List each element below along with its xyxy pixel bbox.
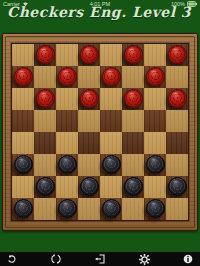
square[interactable] <box>78 154 100 176</box>
square[interactable] <box>122 66 144 88</box>
square[interactable] <box>100 66 122 88</box>
black-piece[interactable] <box>36 177 55 196</box>
bottom-toolbar <box>0 252 200 266</box>
square[interactable] <box>78 132 100 154</box>
black-piece[interactable] <box>14 155 33 174</box>
red-piece[interactable] <box>168 45 187 64</box>
exit-icon[interactable] <box>94 253 106 265</box>
red-piece[interactable] <box>146 67 165 86</box>
square[interactable] <box>166 110 188 132</box>
square[interactable] <box>100 154 122 176</box>
wifi-icon <box>22 1 29 7</box>
square[interactable] <box>56 88 78 110</box>
square[interactable] <box>166 154 188 176</box>
square[interactable] <box>144 154 166 176</box>
black-piece[interactable] <box>80 177 99 196</box>
square[interactable] <box>100 132 122 154</box>
black-piece[interactable] <box>168 177 187 196</box>
square[interactable] <box>12 154 34 176</box>
square[interactable] <box>12 66 34 88</box>
red-piece[interactable] <box>102 67 121 86</box>
square[interactable] <box>122 88 144 110</box>
square[interactable] <box>100 198 122 220</box>
square[interactable] <box>12 198 34 220</box>
square[interactable] <box>34 44 56 66</box>
square[interactable] <box>144 44 166 66</box>
square[interactable] <box>34 176 56 198</box>
square[interactable] <box>122 132 144 154</box>
square[interactable] <box>78 110 100 132</box>
square[interactable] <box>122 44 144 66</box>
square[interactable] <box>100 176 122 198</box>
square[interactable] <box>122 154 144 176</box>
square[interactable] <box>78 176 100 198</box>
square[interactable] <box>34 110 56 132</box>
checkers-board <box>2 33 198 231</box>
square[interactable] <box>12 88 34 110</box>
black-piece[interactable] <box>102 155 121 174</box>
undo-icon[interactable] <box>6 253 18 265</box>
square[interactable] <box>144 88 166 110</box>
red-piece[interactable] <box>36 89 55 108</box>
red-piece[interactable] <box>36 45 55 64</box>
black-piece[interactable] <box>102 199 121 218</box>
board-grid <box>11 43 189 221</box>
square[interactable] <box>144 132 166 154</box>
square[interactable] <box>144 176 166 198</box>
square[interactable] <box>166 66 188 88</box>
carrier-label: Carrier <box>3 0 20 8</box>
square[interactable] <box>166 176 188 198</box>
info-icon[interactable] <box>182 253 194 265</box>
black-piece[interactable] <box>146 155 165 174</box>
square[interactable] <box>56 154 78 176</box>
red-piece[interactable] <box>58 67 77 86</box>
red-piece[interactable] <box>14 67 33 86</box>
square[interactable] <box>34 132 56 154</box>
square[interactable] <box>100 44 122 66</box>
square[interactable] <box>34 88 56 110</box>
square[interactable] <box>34 66 56 88</box>
square[interactable] <box>122 110 144 132</box>
square[interactable] <box>56 198 78 220</box>
square[interactable] <box>144 110 166 132</box>
square[interactable] <box>166 44 188 66</box>
red-piece[interactable] <box>80 45 99 64</box>
status-bar: Carrier 4:01 PM 100% <box>0 0 200 8</box>
battery-icon <box>187 1 197 7</box>
square[interactable] <box>122 198 144 220</box>
square[interactable] <box>34 198 56 220</box>
square[interactable] <box>12 176 34 198</box>
battery-percent: 100% <box>171 0 185 8</box>
switch-sides-icon[interactable] <box>50 253 62 265</box>
square[interactable] <box>100 88 122 110</box>
square[interactable] <box>12 44 34 66</box>
clock: 4:01 PM <box>90 0 110 8</box>
black-piece[interactable] <box>58 155 77 174</box>
square[interactable] <box>78 44 100 66</box>
settings-icon[interactable] <box>138 253 150 265</box>
square[interactable] <box>166 132 188 154</box>
red-piece[interactable] <box>124 45 143 64</box>
square[interactable] <box>144 198 166 220</box>
square[interactable] <box>56 110 78 132</box>
square[interactable] <box>122 176 144 198</box>
square[interactable] <box>56 132 78 154</box>
red-piece[interactable] <box>168 89 187 108</box>
square[interactable] <box>34 154 56 176</box>
square[interactable] <box>166 198 188 220</box>
black-piece[interactable] <box>124 177 143 196</box>
square[interactable] <box>78 198 100 220</box>
black-piece[interactable] <box>146 199 165 218</box>
square[interactable] <box>100 110 122 132</box>
square[interactable] <box>12 132 34 154</box>
red-piece[interactable] <box>124 89 143 108</box>
black-piece[interactable] <box>58 199 77 218</box>
red-piece[interactable] <box>80 89 99 108</box>
square[interactable] <box>12 110 34 132</box>
square[interactable] <box>56 44 78 66</box>
square[interactable] <box>78 88 100 110</box>
square[interactable] <box>144 66 166 88</box>
square[interactable] <box>56 66 78 88</box>
square[interactable] <box>166 88 188 110</box>
black-piece[interactable] <box>14 199 33 218</box>
square[interactable] <box>78 66 100 88</box>
square[interactable] <box>56 176 78 198</box>
